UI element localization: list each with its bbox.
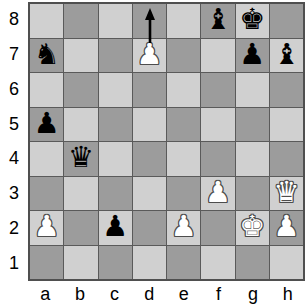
square-c7[interactable] <box>99 39 132 73</box>
file-label-b: b <box>63 281 98 306</box>
black-bishop[interactable]: ♝ <box>205 5 231 34</box>
square-d2[interactable] <box>133 211 166 245</box>
square-d7[interactable]: ♟ <box>133 39 166 73</box>
square-h7[interactable]: ♝ <box>270 39 303 73</box>
square-e7[interactable] <box>167 39 200 73</box>
black-king[interactable]: ♚ <box>239 5 265 34</box>
square-e5[interactable] <box>167 108 200 142</box>
square-b1[interactable] <box>64 246 97 280</box>
square-h8[interactable] <box>270 4 303 38</box>
square-d6[interactable] <box>133 73 166 107</box>
file-label-g: g <box>236 281 271 306</box>
square-f4[interactable] <box>201 142 234 176</box>
square-f1[interactable] <box>201 246 234 280</box>
square-d3[interactable] <box>133 177 166 211</box>
square-g5[interactable] <box>236 108 269 142</box>
square-a6[interactable] <box>30 73 63 107</box>
square-b8[interactable] <box>64 4 97 38</box>
square-b3[interactable] <box>64 177 97 211</box>
black-pawn[interactable]: ♟ <box>34 109 60 138</box>
rank-label-4: 4 <box>0 142 28 177</box>
square-a8[interactable] <box>30 4 63 38</box>
square-g4[interactable] <box>236 142 269 176</box>
rank-label-6: 6 <box>0 72 28 107</box>
square-g7[interactable]: ♟ <box>236 39 269 73</box>
file-labels: abcdefgh <box>28 281 305 306</box>
square-a2[interactable]: ♟ <box>30 211 63 245</box>
rank-label-1: 1 <box>0 246 28 281</box>
square-b6[interactable] <box>64 73 97 107</box>
square-f2[interactable] <box>201 211 234 245</box>
white-pawn[interactable]: ♟ <box>205 178 231 207</box>
rank-labels: 87654321 <box>0 2 28 281</box>
square-a7[interactable]: ♞ <box>30 39 63 73</box>
white-queen[interactable]: ♛ <box>273 178 299 207</box>
rank-label-3: 3 <box>0 176 28 211</box>
square-f5[interactable] <box>201 108 234 142</box>
square-f6[interactable] <box>201 73 234 107</box>
square-d1[interactable] <box>133 246 166 280</box>
square-g6[interactable] <box>236 73 269 107</box>
square-b7[interactable] <box>64 39 97 73</box>
square-e1[interactable] <box>167 246 200 280</box>
square-a4[interactable] <box>30 142 63 176</box>
square-a3[interactable] <box>30 177 63 211</box>
square-c2[interactable]: ♟ <box>99 211 132 245</box>
square-g1[interactable] <box>236 246 269 280</box>
square-e6[interactable] <box>167 73 200 107</box>
rank-label-2: 2 <box>0 211 28 246</box>
square-e8[interactable] <box>167 4 200 38</box>
white-king[interactable]: ♚ <box>239 212 265 241</box>
chess-board: ♝♚♞♟♟♝♟♛♟♛♟♟♟♚♟ <box>28 2 305 281</box>
chess-diagram: 87654321 ♝♚♞♟♟♝♟♛♟♛♟♟♟♚♟ abcdefgh <box>0 0 306 306</box>
square-e3[interactable] <box>167 177 200 211</box>
black-knight[interactable]: ♞ <box>34 40 60 69</box>
square-a1[interactable] <box>30 246 63 280</box>
square-h5[interactable] <box>270 108 303 142</box>
white-pawn[interactable]: ♟ <box>34 212 60 241</box>
square-c6[interactable] <box>99 73 132 107</box>
square-c4[interactable] <box>99 142 132 176</box>
rank-label-8: 8 <box>0 2 28 37</box>
square-g2[interactable]: ♚ <box>236 211 269 245</box>
square-d5[interactable] <box>133 108 166 142</box>
square-f8[interactable]: ♝ <box>201 4 234 38</box>
square-h3[interactable]: ♛ <box>270 177 303 211</box>
black-pawn[interactable]: ♟ <box>239 40 265 69</box>
square-f7[interactable] <box>201 39 234 73</box>
square-c8[interactable] <box>99 4 132 38</box>
square-h2[interactable]: ♟ <box>270 211 303 245</box>
square-d8[interactable] <box>133 4 166 38</box>
rank-label-5: 5 <box>0 107 28 142</box>
square-c5[interactable] <box>99 108 132 142</box>
square-d4[interactable] <box>133 142 166 176</box>
square-c3[interactable] <box>99 177 132 211</box>
file-label-h: h <box>270 281 305 306</box>
square-h1[interactable] <box>270 246 303 280</box>
white-pawn[interactable]: ♟ <box>171 212 197 241</box>
file-label-c: c <box>97 281 132 306</box>
white-pawn[interactable]: ♟ <box>136 40 162 69</box>
square-b2[interactable] <box>64 211 97 245</box>
square-b5[interactable] <box>64 108 97 142</box>
file-label-d: d <box>132 281 167 306</box>
square-e2[interactable]: ♟ <box>167 211 200 245</box>
square-h4[interactable] <box>270 142 303 176</box>
square-h6[interactable] <box>270 73 303 107</box>
file-label-e: e <box>167 281 202 306</box>
square-a5[interactable]: ♟ <box>30 108 63 142</box>
file-label-a: a <box>28 281 63 306</box>
black-bishop[interactable]: ♝ <box>273 40 299 69</box>
square-b4[interactable]: ♛ <box>64 142 97 176</box>
square-e4[interactable] <box>167 142 200 176</box>
square-c1[interactable] <box>99 246 132 280</box>
black-queen[interactable]: ♛ <box>68 143 94 172</box>
square-g8[interactable]: ♚ <box>236 4 269 38</box>
file-label-f: f <box>201 281 236 306</box>
rank-label-7: 7 <box>0 37 28 72</box>
white-pawn[interactable]: ♟ <box>273 212 299 241</box>
square-f3[interactable]: ♟ <box>201 177 234 211</box>
square-g3[interactable] <box>236 177 269 211</box>
board-layout: 87654321 ♝♚♞♟♟♝♟♛♟♛♟♟♟♚♟ abcdefgh <box>0 2 305 306</box>
black-pawn[interactable]: ♟ <box>102 212 128 241</box>
